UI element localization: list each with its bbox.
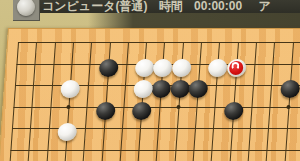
hoshi-point: [286, 105, 290, 109]
white-stone: [135, 59, 155, 77]
grid-line: [0, 42, 19, 161]
black-stone: [151, 80, 171, 98]
hoshi-point: [67, 105, 71, 109]
go-board[interactable]: [0, 28, 300, 161]
black-stone: [280, 80, 300, 98]
black-stone: [188, 80, 208, 98]
player-stone-box: [13, 0, 40, 21]
time-label: 時間: [159, 0, 183, 13]
grid-line: [13, 107, 300, 108]
grid-line: [18, 42, 300, 43]
marker-arc-icon: [231, 62, 240, 70]
status-bar: コンピュータ(普通) 時間 00:00:00 ア: [40, 0, 300, 13]
white-stone: [133, 80, 153, 98]
game-window: コンピュータ(普通) 時間 00:00:00 ア: [0, 0, 300, 161]
white-stone: [60, 80, 80, 98]
clipped-text: ア: [258, 0, 270, 13]
hoshi-point: [177, 105, 181, 109]
grid-line: [10, 150, 300, 151]
black-stone: [132, 102, 152, 120]
time-value: 00:00:00: [194, 0, 242, 13]
grid-line: [12, 128, 300, 129]
black-stone: [98, 59, 118, 77]
black-stone: [95, 102, 115, 120]
white-stone: [171, 59, 191, 77]
white-stone: [208, 59, 228, 77]
white-stone-icon: [17, 0, 35, 16]
black-stone: [223, 102, 243, 120]
white-stone: [153, 59, 173, 77]
black-stone: [170, 80, 190, 98]
opponent-label: コンピュータ(普通): [42, 0, 147, 13]
last-move-marker: [228, 61, 243, 75]
white-stone: [57, 123, 77, 141]
